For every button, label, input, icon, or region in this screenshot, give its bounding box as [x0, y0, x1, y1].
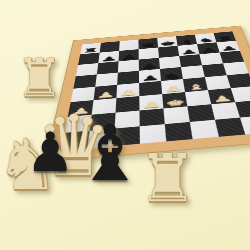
board-square — [231, 86, 250, 102]
captured-white-rook-right-icon: ♜ — [138, 146, 197, 212]
captured-black-bishop-icon: ♝ — [76, 116, 144, 192]
board-square — [165, 122, 193, 141]
board-square — [190, 120, 219, 139]
chess-set-photo: ♜♛♚♝♞♜♟♟♟♟♟♟♟♞♟♟♟♝♟♟♚♟ ♜♛♞♟♝♜ — [0, 0, 250, 250]
captured-black-pawn-icon: ♟ — [26, 126, 74, 180]
